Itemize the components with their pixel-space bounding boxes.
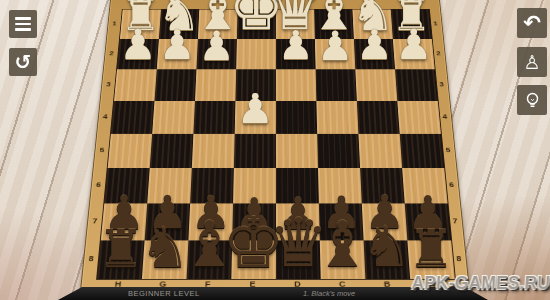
square-c7[interactable] xyxy=(319,203,364,240)
square-g3[interactable] xyxy=(154,69,196,101)
rank-label-6: 6 xyxy=(445,182,459,189)
chess-board[interactable]: 1122334455667788HGFEDCBA xyxy=(80,0,470,291)
square-a7[interactable] xyxy=(405,203,451,240)
square-a4[interactable] xyxy=(397,101,441,134)
rotate-board-button[interactable]: ↺ xyxy=(9,48,37,76)
square-g4[interactable] xyxy=(152,101,195,134)
square-b6[interactable] xyxy=(360,168,405,204)
square-b1[interactable] xyxy=(352,10,392,39)
square-b3[interactable] xyxy=(355,69,397,101)
square-a3[interactable] xyxy=(395,69,438,101)
undo-arrow-icon: ↶ xyxy=(523,13,541,34)
square-f4[interactable] xyxy=(193,101,235,134)
player-mode-button[interactable]: ♙ xyxy=(517,47,547,77)
rank-label-1: 1 xyxy=(429,21,442,27)
square-h7[interactable] xyxy=(101,203,147,240)
app-screen: 1122334455667788HGFEDCBA ♜♞♝♚♛♝♞♜♟♟♟♟♟♟♟… xyxy=(0,0,550,300)
square-b2[interactable] xyxy=(354,39,395,69)
square-d4[interactable] xyxy=(276,101,317,134)
square-h2[interactable] xyxy=(117,39,159,69)
square-a2[interactable] xyxy=(393,39,435,69)
square-f8[interactable] xyxy=(187,240,233,279)
rank-label-3: 3 xyxy=(102,82,115,88)
undo-button[interactable]: ↶ xyxy=(517,8,547,38)
rank-label-3: 3 xyxy=(435,82,448,88)
square-e8[interactable] xyxy=(231,240,276,279)
square-g1[interactable] xyxy=(159,10,199,39)
square-e4[interactable] xyxy=(235,101,276,134)
square-c1[interactable] xyxy=(314,10,354,39)
menu-button[interactable] xyxy=(9,10,37,38)
square-c3[interactable] xyxy=(316,69,357,101)
square-e1[interactable] xyxy=(237,10,276,39)
square-d8[interactable] xyxy=(276,240,321,279)
square-a6[interactable] xyxy=(402,168,447,204)
hamburger-icon xyxy=(15,17,31,31)
square-g7[interactable] xyxy=(145,203,191,240)
rank-label-7: 7 xyxy=(448,218,462,225)
level-label: BEGINNER LEVEL xyxy=(128,289,200,298)
rank-label-4: 4 xyxy=(438,114,451,120)
rank-label-8: 8 xyxy=(84,255,99,263)
square-h5[interactable] xyxy=(108,134,152,168)
pawn-icon: ♙ xyxy=(523,53,540,72)
rank-label-2: 2 xyxy=(105,51,118,57)
rank-label-7: 7 xyxy=(88,218,102,225)
square-b5[interactable] xyxy=(358,134,402,168)
square-f5[interactable] xyxy=(192,134,235,168)
hint-button[interactable] xyxy=(517,85,547,115)
rank-label-6: 6 xyxy=(92,182,106,189)
square-e2[interactable] xyxy=(236,39,276,69)
rank-label-5: 5 xyxy=(441,147,455,154)
move-status: 1. Black's move xyxy=(303,289,355,298)
square-d3[interactable] xyxy=(276,69,316,101)
square-h8[interactable] xyxy=(97,240,144,279)
rank-label-2: 2 xyxy=(432,51,445,57)
square-g2[interactable] xyxy=(157,39,198,69)
square-f7[interactable] xyxy=(188,203,233,240)
watermark: APK-GAMES.RU xyxy=(369,272,550,294)
square-g5[interactable] xyxy=(150,134,194,168)
square-e6[interactable] xyxy=(233,168,276,204)
square-d7[interactable] xyxy=(276,203,320,240)
square-h6[interactable] xyxy=(104,168,149,204)
rank-label-5: 5 xyxy=(95,147,109,154)
square-c2[interactable] xyxy=(315,39,355,69)
square-a5[interactable] xyxy=(400,134,445,168)
square-d5[interactable] xyxy=(276,134,318,168)
square-d2[interactable] xyxy=(276,39,316,69)
square-e7[interactable] xyxy=(232,203,276,240)
square-e3[interactable] xyxy=(235,69,275,101)
square-f3[interactable] xyxy=(195,69,236,101)
square-h4[interactable] xyxy=(111,101,155,134)
square-c8[interactable] xyxy=(320,240,366,279)
square-f6[interactable] xyxy=(190,168,234,204)
rank-label-8: 8 xyxy=(452,255,467,263)
square-h3[interactable] xyxy=(114,69,157,101)
square-f1[interactable] xyxy=(198,10,238,39)
square-c6[interactable] xyxy=(318,168,362,204)
square-g8[interactable] xyxy=(142,240,189,279)
square-h1[interactable] xyxy=(120,10,161,39)
square-d1[interactable] xyxy=(276,10,315,39)
square-f2[interactable] xyxy=(196,39,236,69)
square-c4[interactable] xyxy=(316,101,358,134)
square-b7[interactable] xyxy=(362,203,408,240)
square-c5[interactable] xyxy=(317,134,360,168)
square-d6[interactable] xyxy=(276,168,319,204)
board-grid[interactable] xyxy=(96,9,456,280)
lightbulb-icon xyxy=(523,91,542,110)
square-a1[interactable] xyxy=(391,10,432,39)
square-e5[interactable] xyxy=(234,134,276,168)
rank-label-1: 1 xyxy=(108,21,121,27)
square-g6[interactable] xyxy=(147,168,192,204)
square-b4[interactable] xyxy=(357,101,400,134)
rotate-icon: ↺ xyxy=(15,52,32,72)
rank-label-4: 4 xyxy=(99,114,112,120)
